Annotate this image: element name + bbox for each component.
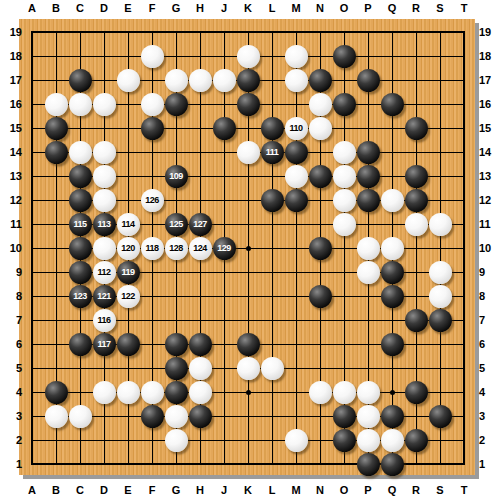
stone-white-D7[interactable]: 116 [93, 309, 116, 332]
stone-black-H6[interactable] [189, 333, 212, 356]
stone-white-G17[interactable] [165, 69, 188, 92]
coord-label-left-13: 13 [2, 168, 22, 184]
coord-label-left-15: 15 [2, 120, 22, 136]
stone-black-F15[interactable] [141, 117, 164, 140]
coord-label-left-7: 7 [2, 312, 22, 328]
coord-label-top-S: S [428, 0, 452, 16]
stone-white-C3[interactable] [69, 405, 92, 428]
stone-white-N16[interactable] [309, 93, 332, 116]
stone-white-S9[interactable] [429, 261, 452, 284]
coord-label-bottom-F: F [140, 482, 164, 498]
coord-label-bottom-A: A [20, 482, 44, 498]
stone-black-C8[interactable]: 123 [69, 285, 92, 308]
coord-label-bottom-G: G [164, 482, 188, 498]
coord-label-left-10: 10 [2, 240, 22, 256]
coord-label-bottom-J: J [212, 482, 236, 498]
stone-white-R11[interactable] [405, 213, 428, 236]
coord-label-bottom-E: E [116, 482, 140, 498]
coord-label-bottom-M: M [284, 482, 308, 498]
stone-white-M17[interactable] [285, 69, 308, 92]
coord-label-top-J: J [212, 0, 236, 16]
stone-black-P17[interactable] [357, 69, 380, 92]
coord-label-left-9: 9 [2, 264, 22, 280]
coord-label-left-18: 18 [2, 48, 22, 64]
stone-black-P14[interactable] [357, 141, 380, 164]
coord-label-top-L: L [260, 0, 284, 16]
stone-white-H4[interactable] [189, 381, 212, 404]
coord-label-top-Q: Q [380, 0, 404, 16]
coord-label-bottom-H: H [188, 482, 212, 498]
coord-label-left-4: 4 [2, 384, 22, 400]
coord-label-right-4: 4 [479, 384, 499, 400]
stone-white-D16[interactable] [93, 93, 116, 116]
stone-white-Q12[interactable] [381, 189, 404, 212]
stone-white-O4[interactable] [333, 381, 356, 404]
stone-black-K6[interactable] [237, 333, 260, 356]
coord-label-right-10: 10 [479, 240, 499, 256]
stone-white-H17[interactable] [189, 69, 212, 92]
stone-black-M14[interactable] [285, 141, 308, 164]
stone-black-G11[interactable]: 125 [165, 213, 188, 236]
coord-label-left-17: 17 [2, 72, 22, 88]
coord-label-right-8: 8 [479, 288, 499, 304]
coord-label-right-6: 6 [479, 336, 499, 352]
stone-black-H3[interactable] [189, 405, 212, 428]
move-number-label: 122 [121, 292, 135, 301]
stone-white-K14[interactable] [237, 141, 260, 164]
stone-black-D11[interactable]: 113 [93, 213, 116, 236]
coord-label-left-12: 12 [2, 192, 22, 208]
stone-black-O3[interactable] [333, 405, 356, 428]
coord-label-top-M: M [284, 0, 308, 16]
coord-label-top-E: E [116, 0, 140, 16]
coord-label-left-8: 8 [2, 288, 22, 304]
stone-white-O12[interactable] [333, 189, 356, 212]
stone-black-P13[interactable] [357, 165, 380, 188]
stone-black-B14[interactable] [45, 141, 68, 164]
star-point-Q4 [390, 390, 395, 395]
stone-black-S3[interactable] [429, 405, 452, 428]
stone-black-B15[interactable] [45, 117, 68, 140]
stone-white-F4[interactable] [141, 381, 164, 404]
stone-white-O14[interactable] [333, 141, 356, 164]
stone-white-M18[interactable] [285, 45, 308, 68]
coord-label-left-11: 11 [2, 216, 22, 232]
coord-label-right-15: 15 [479, 120, 499, 136]
coord-label-right-5: 5 [479, 360, 499, 376]
stone-black-J15[interactable] [213, 117, 236, 140]
stone-white-G10[interactable]: 128 [165, 237, 188, 260]
stone-white-K5[interactable] [237, 357, 260, 380]
stone-white-J17[interactable] [213, 69, 236, 92]
stone-white-H10[interactable]: 124 [189, 237, 212, 260]
coord-label-right-18: 18 [479, 48, 499, 64]
stone-black-L12[interactable] [261, 189, 284, 212]
stone-white-E10[interactable]: 120 [117, 237, 140, 260]
coord-label-left-2: 2 [2, 432, 22, 448]
stone-black-O18[interactable] [333, 45, 356, 68]
coord-label-top-C: C [68, 0, 92, 16]
coord-label-bottom-K: K [236, 482, 260, 498]
stone-black-P1[interactable] [357, 453, 380, 476]
stone-white-E4[interactable] [117, 381, 140, 404]
stone-white-H5[interactable] [189, 357, 212, 380]
stone-white-P2[interactable] [357, 429, 380, 452]
move-number-label: 110 [289, 124, 302, 133]
stone-white-D12[interactable] [93, 189, 116, 212]
stone-white-D13[interactable] [93, 165, 116, 188]
stone-black-M12[interactable] [285, 189, 308, 212]
stone-white-P4[interactable] [357, 381, 380, 404]
stone-black-R15[interactable] [405, 117, 428, 140]
stone-white-Q2[interactable] [381, 429, 404, 452]
stone-black-R2[interactable] [405, 429, 428, 452]
stone-white-N4[interactable] [309, 381, 332, 404]
stone-white-P3[interactable] [357, 405, 380, 428]
stone-black-C12[interactable] [69, 189, 92, 212]
coord-label-right-2: 2 [479, 432, 499, 448]
stone-white-K18[interactable] [237, 45, 260, 68]
move-number-label: 112 [97, 268, 110, 277]
stone-black-G16[interactable] [165, 93, 188, 116]
stone-black-R13[interactable] [405, 165, 428, 188]
coord-label-top-D: D [92, 0, 116, 16]
stone-black-P12[interactable] [357, 189, 380, 212]
stone-white-E17[interactable] [117, 69, 140, 92]
stone-white-D9[interactable]: 112 [93, 261, 116, 284]
stone-white-Q10[interactable] [381, 237, 404, 260]
coord-label-left-14: 14 [2, 144, 22, 160]
coord-label-left-1: 1 [2, 456, 22, 472]
coord-label-top-R: R [404, 0, 428, 16]
stone-black-Q1[interactable] [381, 453, 404, 476]
coord-label-right-1: 1 [479, 456, 499, 472]
stone-black-N13[interactable] [309, 165, 332, 188]
stone-black-F3[interactable] [141, 405, 164, 428]
stone-black-C9[interactable] [69, 261, 92, 284]
move-number-label: 125 [169, 220, 183, 229]
coord-label-right-16: 16 [479, 96, 499, 112]
coord-label-right-12: 12 [479, 192, 499, 208]
coord-label-left-16: 16 [2, 96, 22, 112]
stone-white-P10[interactable] [357, 237, 380, 260]
stone-black-C6[interactable] [69, 333, 92, 356]
coord-label-top-B: B [44, 0, 68, 16]
stone-black-C10[interactable] [69, 237, 92, 260]
stone-black-N10[interactable] [309, 237, 332, 260]
stone-white-D4[interactable] [93, 381, 116, 404]
move-number-label: 127 [193, 220, 207, 229]
coord-label-bottom-C: C [68, 482, 92, 498]
coord-label-left-5: 5 [2, 360, 22, 376]
coord-label-bottom-Q: Q [380, 482, 404, 498]
stone-black-K16[interactable] [237, 93, 260, 116]
move-number-label: 109 [169, 172, 183, 181]
stone-black-R7[interactable] [405, 309, 428, 332]
stone-black-C13[interactable] [69, 165, 92, 188]
stone-black-D8[interactable]: 121 [93, 285, 116, 308]
star-point-K10 [246, 246, 251, 251]
coord-label-top-H: H [188, 0, 212, 16]
coord-label-right-9: 9 [479, 264, 499, 280]
stone-black-G6[interactable] [165, 333, 188, 356]
coord-label-right-19: 19 [479, 24, 499, 40]
stone-black-R12[interactable] [405, 189, 428, 212]
stone-white-F12[interactable]: 126 [141, 189, 164, 212]
coord-label-bottom-D: D [92, 482, 116, 498]
stone-black-H11[interactable]: 127 [189, 213, 212, 236]
stone-black-Q16[interactable] [381, 93, 404, 116]
move-number-label: 123 [73, 292, 87, 301]
move-number-label: 118 [145, 244, 158, 253]
stone-white-E11[interactable]: 114 [117, 213, 140, 236]
coord-label-right-14: 14 [479, 144, 499, 160]
coord-label-left-6: 6 [2, 336, 22, 352]
stone-black-D6[interactable]: 117 [93, 333, 116, 356]
stone-black-N17[interactable] [309, 69, 332, 92]
stone-white-O13[interactable] [333, 165, 356, 188]
stone-black-Q9[interactable] [381, 261, 404, 284]
stone-white-S11[interactable] [429, 213, 452, 236]
go-board-screenshot: 1101111091261151131141251271201181281241… [0, 0, 500, 500]
stone-white-D10[interactable] [93, 237, 116, 260]
coord-label-top-P: P [356, 0, 380, 16]
stone-white-C16[interactable] [69, 93, 92, 116]
coord-label-bottom-P: P [356, 482, 380, 498]
stone-black-G4[interactable] [165, 381, 188, 404]
move-number-label: 121 [97, 292, 111, 301]
coord-label-left-3: 3 [2, 408, 22, 424]
move-number-label: 117 [97, 340, 110, 349]
stone-white-G3[interactable] [165, 405, 188, 428]
stone-white-P9[interactable] [357, 261, 380, 284]
coord-label-right-3: 3 [479, 408, 499, 424]
stone-black-N8[interactable] [309, 285, 332, 308]
coord-label-top-A: A [20, 0, 44, 16]
stone-white-F16[interactable] [141, 93, 164, 116]
coord-label-bottom-S: S [428, 482, 452, 498]
stone-white-F10[interactable]: 118 [141, 237, 164, 260]
coord-label-bottom-T: T [452, 482, 476, 498]
move-number-label: 120 [121, 244, 135, 253]
move-number-label: 116 [97, 316, 110, 325]
move-number-label: 113 [97, 220, 110, 229]
move-number-label: 111 [266, 148, 279, 157]
coord-label-bottom-R: R [404, 482, 428, 498]
stone-white-S8[interactable] [429, 285, 452, 308]
move-number-label: 129 [217, 244, 231, 253]
stone-black-J10[interactable]: 129 [213, 237, 236, 260]
coord-label-top-G: G [164, 0, 188, 16]
stone-white-B3[interactable] [45, 405, 68, 428]
move-number-label: 115 [73, 220, 86, 229]
stone-black-O16[interactable] [333, 93, 356, 116]
stone-white-G2[interactable] [165, 429, 188, 452]
stone-black-O2[interactable] [333, 429, 356, 452]
stone-white-E8[interactable]: 122 [117, 285, 140, 308]
coord-label-right-17: 17 [479, 72, 499, 88]
coord-label-right-13: 13 [479, 168, 499, 184]
stone-black-Q6[interactable] [381, 333, 404, 356]
coord-label-bottom-N: N [308, 482, 332, 498]
coord-label-top-O: O [332, 0, 356, 16]
coord-label-bottom-O: O [332, 482, 356, 498]
coord-label-top-N: N [308, 0, 332, 16]
coord-label-top-K: K [236, 0, 260, 16]
move-number-label: 114 [121, 220, 134, 229]
stone-black-K17[interactable] [237, 69, 260, 92]
stone-black-R4[interactable] [405, 381, 428, 404]
stone-white-D14[interactable] [93, 141, 116, 164]
stone-white-F18[interactable] [141, 45, 164, 68]
coord-label-bottom-B: B [44, 482, 68, 498]
stone-white-M2[interactable] [285, 429, 308, 452]
stone-white-M15[interactable]: 110 [285, 117, 308, 140]
stone-black-Q8[interactable] [381, 285, 404, 308]
stone-white-C14[interactable] [69, 141, 92, 164]
coord-label-bottom-L: L [260, 482, 284, 498]
stone-black-G5[interactable] [165, 357, 188, 380]
move-number-label: 119 [121, 268, 134, 277]
stone-black-G13[interactable]: 109 [165, 165, 188, 188]
move-number-label: 128 [169, 244, 183, 253]
coord-label-right-7: 7 [479, 312, 499, 328]
stone-white-L5[interactable] [261, 357, 284, 380]
move-number-label: 124 [193, 244, 207, 253]
coord-label-right-11: 11 [479, 216, 499, 232]
stone-black-S7[interactable] [429, 309, 452, 332]
stone-black-L15[interactable] [261, 117, 284, 140]
stone-black-L14[interactable]: 111 [261, 141, 284, 164]
stone-white-O11[interactable] [333, 213, 356, 236]
coord-label-top-F: F [140, 0, 164, 16]
stone-black-B4[interactable] [45, 381, 68, 404]
stone-black-E9[interactable]: 119 [117, 261, 140, 284]
coord-label-left-19: 19 [2, 24, 22, 40]
star-point-K4 [246, 390, 251, 395]
stone-white-N15[interactable] [309, 117, 332, 140]
stone-black-C11[interactable]: 115 [69, 213, 92, 236]
stone-black-Q3[interactable] [381, 405, 404, 428]
stone-white-B16[interactable] [45, 93, 68, 116]
stone-white-M13[interactable] [285, 165, 308, 188]
move-number-label: 126 [145, 196, 159, 205]
stone-black-C17[interactable] [69, 69, 92, 92]
stone-black-E6[interactable] [117, 333, 140, 356]
coord-label-top-T: T [452, 0, 476, 16]
